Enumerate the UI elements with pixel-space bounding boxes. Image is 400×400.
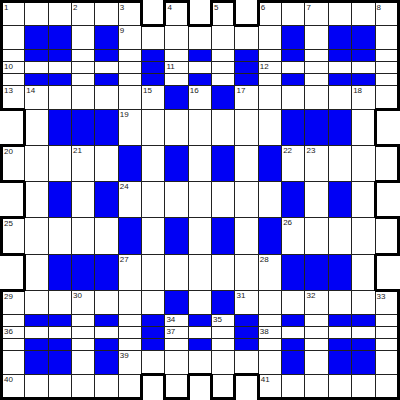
letter-cell[interactable]: 37 bbox=[165, 326, 188, 338]
block-cell bbox=[258, 218, 281, 254]
letter-cell[interactable] bbox=[25, 182, 48, 218]
clue-number: 2 bbox=[73, 3, 77, 12]
clue-number: 21 bbox=[73, 146, 82, 155]
letter-cell[interactable] bbox=[212, 50, 235, 62]
letter-cell[interactable] bbox=[118, 74, 141, 86]
letter-cell[interactable] bbox=[352, 290, 375, 314]
block-cell bbox=[95, 182, 118, 218]
letter-cell[interactable] bbox=[305, 218, 328, 254]
letter-cell[interactable] bbox=[25, 218, 48, 254]
letter-cell[interactable] bbox=[212, 182, 235, 218]
letter-cell[interactable] bbox=[305, 26, 328, 50]
block-cell bbox=[212, 86, 235, 110]
clue-number: 19 bbox=[120, 110, 129, 119]
letter-cell[interactable]: 10 bbox=[2, 62, 25, 74]
letter-cell[interactable]: 20 bbox=[2, 146, 25, 182]
letter-cell[interactable] bbox=[25, 254, 48, 290]
letter-cell[interactable] bbox=[48, 2, 71, 26]
block-cell bbox=[25, 74, 48, 86]
block-cell bbox=[95, 26, 118, 50]
letter-cell[interactable]: 12 bbox=[258, 62, 281, 74]
letter-cell[interactable] bbox=[188, 26, 211, 50]
void-cell bbox=[2, 254, 25, 290]
letter-cell[interactable] bbox=[188, 110, 211, 146]
letter-cell[interactable] bbox=[72, 182, 95, 218]
letter-cell[interactable] bbox=[212, 26, 235, 50]
letter-cell[interactable] bbox=[72, 50, 95, 62]
letter-cell[interactable]: 26 bbox=[282, 218, 305, 254]
letter-cell[interactable] bbox=[282, 290, 305, 314]
letter-cell[interactable] bbox=[212, 62, 235, 74]
void-cell bbox=[142, 374, 165, 398]
letter-cell[interactable] bbox=[95, 326, 118, 338]
letter-cell[interactable] bbox=[212, 350, 235, 374]
letter-cell[interactable] bbox=[305, 314, 328, 326]
letter-cell[interactable]: 31 bbox=[235, 290, 258, 314]
letter-cell[interactable]: 21 bbox=[72, 146, 95, 182]
block-cell bbox=[48, 338, 71, 350]
clue-number: 23 bbox=[306, 146, 315, 155]
letter-cell[interactable]: 32 bbox=[305, 290, 328, 314]
void-cell bbox=[235, 2, 258, 26]
block-cell bbox=[352, 26, 375, 50]
void-cell bbox=[2, 110, 25, 146]
clue-number: 35 bbox=[213, 315, 222, 324]
crossword-puzzle: 1234567891011121314151617181920212223242… bbox=[0, 0, 400, 400]
letter-cell[interactable] bbox=[25, 326, 48, 338]
letter-cell[interactable] bbox=[188, 326, 211, 338]
block-cell bbox=[282, 182, 305, 218]
letter-cell[interactable] bbox=[305, 374, 328, 398]
letter-cell[interactable] bbox=[188, 146, 211, 182]
letter-cell[interactable] bbox=[25, 110, 48, 146]
letter-cell[interactable] bbox=[48, 326, 71, 338]
block-cell bbox=[95, 50, 118, 62]
block-cell bbox=[352, 338, 375, 350]
letter-cell[interactable] bbox=[48, 218, 71, 254]
letter-cell[interactable] bbox=[352, 374, 375, 398]
letter-cell[interactable] bbox=[165, 26, 188, 50]
letter-cell[interactable] bbox=[118, 314, 141, 326]
letter-cell[interactable] bbox=[118, 62, 141, 74]
letter-cell[interactable] bbox=[25, 374, 48, 398]
letter-cell[interactable]: 27 bbox=[118, 254, 141, 290]
block-cell bbox=[282, 74, 305, 86]
clue-number: 12 bbox=[260, 62, 269, 71]
block-cell bbox=[95, 350, 118, 374]
clue-number: 41 bbox=[261, 375, 270, 384]
letter-cell[interactable] bbox=[258, 290, 281, 314]
letter-cell[interactable]: 3 bbox=[118, 2, 141, 26]
letter-cell[interactable] bbox=[305, 350, 328, 374]
letter-cell[interactable]: 13 bbox=[2, 86, 25, 110]
letter-cell[interactable] bbox=[165, 350, 188, 374]
clue-number: 25 bbox=[4, 219, 13, 228]
letter-cell[interactable] bbox=[95, 290, 118, 314]
block-cell bbox=[282, 314, 305, 326]
block-cell bbox=[95, 338, 118, 350]
letter-cell[interactable] bbox=[305, 326, 328, 338]
block-cell bbox=[25, 338, 48, 350]
block-cell bbox=[305, 110, 328, 146]
block-cell bbox=[328, 314, 351, 326]
letter-cell[interactable] bbox=[258, 26, 281, 50]
letter-cell[interactable] bbox=[72, 374, 95, 398]
clue-number: 7 bbox=[306, 3, 310, 12]
letter-cell[interactable]: 16 bbox=[188, 86, 211, 110]
clue-number: 36 bbox=[4, 327, 13, 336]
block-cell bbox=[188, 50, 211, 62]
clue-number: 20 bbox=[4, 147, 13, 156]
letter-cell[interactable] bbox=[118, 86, 141, 110]
letter-cell[interactable] bbox=[212, 338, 235, 350]
letter-cell[interactable] bbox=[352, 146, 375, 182]
letter-cell[interactable] bbox=[2, 50, 25, 62]
letter-cell[interactable]: 34 bbox=[165, 314, 188, 326]
letter-cell[interactable] bbox=[375, 86, 399, 110]
block-cell bbox=[188, 314, 211, 326]
letter-cell[interactable] bbox=[305, 74, 328, 86]
letter-cell[interactable] bbox=[95, 86, 118, 110]
block-cell bbox=[165, 146, 188, 182]
letter-cell[interactable] bbox=[165, 74, 188, 86]
letter-cell[interactable] bbox=[258, 110, 281, 146]
letter-cell[interactable]: 8 bbox=[375, 2, 399, 26]
void-cell bbox=[375, 254, 399, 290]
letter-cell[interactable] bbox=[328, 290, 351, 314]
letter-cell[interactable]: 35 bbox=[212, 314, 235, 326]
letter-cell[interactable] bbox=[142, 218, 165, 254]
letter-cell[interactable] bbox=[95, 374, 118, 398]
block-cell bbox=[95, 74, 118, 86]
block-cell bbox=[118, 146, 141, 182]
block-cell bbox=[305, 254, 328, 290]
void-cell bbox=[235, 374, 258, 398]
letter-cell[interactable] bbox=[352, 2, 375, 26]
letter-cell[interactable] bbox=[165, 374, 188, 398]
block-cell bbox=[328, 254, 351, 290]
letter-cell[interactable] bbox=[2, 314, 25, 326]
letter-cell[interactable] bbox=[142, 254, 165, 290]
letter-cell[interactable] bbox=[72, 314, 95, 326]
letter-cell[interactable] bbox=[282, 2, 305, 26]
clue-number: 39 bbox=[120, 351, 129, 360]
letter-cell[interactable] bbox=[95, 218, 118, 254]
letter-cell[interactable] bbox=[212, 254, 235, 290]
block-cell bbox=[282, 254, 305, 290]
clue-number: 4 bbox=[167, 3, 171, 12]
block-cell bbox=[235, 326, 258, 338]
letter-cell[interactable] bbox=[142, 146, 165, 182]
letter-cell[interactable] bbox=[2, 350, 25, 374]
block-cell bbox=[142, 74, 165, 86]
letter-cell[interactable] bbox=[258, 50, 281, 62]
clue-number: 34 bbox=[166, 315, 175, 324]
block-cell bbox=[48, 110, 71, 146]
letter-cell[interactable] bbox=[25, 146, 48, 182]
clue-number: 15 bbox=[143, 86, 152, 95]
block-cell bbox=[352, 74, 375, 86]
letter-cell[interactable]: 5 bbox=[212, 2, 235, 26]
void-cell bbox=[188, 374, 211, 398]
letter-cell[interactable] bbox=[212, 74, 235, 86]
letter-cell[interactable]: 19 bbox=[118, 110, 141, 146]
letter-cell[interactable] bbox=[328, 146, 351, 182]
block-cell bbox=[328, 50, 351, 62]
block-cell bbox=[352, 314, 375, 326]
block-cell bbox=[48, 74, 71, 86]
letter-cell[interactable] bbox=[72, 86, 95, 110]
void-cell bbox=[142, 2, 165, 26]
block-cell bbox=[328, 350, 351, 374]
letter-cell[interactable] bbox=[352, 218, 375, 254]
block-cell bbox=[25, 314, 48, 326]
letter-cell[interactable]: 25 bbox=[2, 218, 25, 254]
letter-cell[interactable] bbox=[48, 290, 71, 314]
letter-cell[interactable] bbox=[352, 182, 375, 218]
letter-cell[interactable] bbox=[72, 338, 95, 350]
letter-cell[interactable]: 6 bbox=[258, 2, 281, 26]
letter-cell[interactable] bbox=[188, 182, 211, 218]
letter-cell[interactable]: 36 bbox=[2, 326, 25, 338]
block-cell bbox=[25, 50, 48, 62]
letter-cell[interactable] bbox=[282, 86, 305, 110]
letter-cell[interactable]: 23 bbox=[305, 146, 328, 182]
letter-cell[interactable] bbox=[328, 374, 351, 398]
letter-cell[interactable] bbox=[282, 374, 305, 398]
letter-cell[interactable] bbox=[118, 374, 141, 398]
letter-cell[interactable] bbox=[165, 182, 188, 218]
letter-cell[interactable]: 30 bbox=[72, 290, 95, 314]
letter-cell[interactable] bbox=[72, 218, 95, 254]
letter-cell[interactable] bbox=[305, 62, 328, 74]
letter-cell[interactable] bbox=[212, 326, 235, 338]
letter-cell[interactable]: 24 bbox=[118, 182, 141, 218]
letter-cell[interactable] bbox=[328, 86, 351, 110]
clue-number: 14 bbox=[26, 86, 35, 95]
letter-cell[interactable] bbox=[118, 50, 141, 62]
letter-cell[interactable] bbox=[25, 290, 48, 314]
clue-number: 40 bbox=[4, 375, 13, 384]
letter-cell[interactable] bbox=[2, 26, 25, 50]
letter-cell[interactable] bbox=[375, 326, 399, 338]
block-cell bbox=[25, 26, 48, 50]
block-cell bbox=[142, 62, 165, 74]
letter-cell[interactable] bbox=[258, 182, 281, 218]
letter-cell[interactable] bbox=[188, 62, 211, 74]
letter-cell[interactable] bbox=[118, 326, 141, 338]
letter-cell[interactable] bbox=[235, 182, 258, 218]
letter-cell[interactable] bbox=[2, 74, 25, 86]
letter-cell[interactable]: 22 bbox=[282, 146, 305, 182]
letter-cell[interactable] bbox=[72, 350, 95, 374]
letter-cell[interactable] bbox=[235, 254, 258, 290]
letter-cell[interactable] bbox=[375, 218, 399, 254]
letter-cell[interactable] bbox=[235, 350, 258, 374]
clue-number: 11 bbox=[166, 62, 174, 71]
letter-cell[interactable] bbox=[352, 62, 375, 74]
letter-cell[interactable]: 7 bbox=[305, 2, 328, 26]
letter-cell[interactable] bbox=[25, 62, 48, 74]
block-cell bbox=[95, 254, 118, 290]
letter-cell[interactable] bbox=[48, 62, 71, 74]
block-cell bbox=[282, 338, 305, 350]
block-cell bbox=[48, 254, 71, 290]
letter-cell[interactable] bbox=[2, 338, 25, 350]
letter-cell[interactable]: 1 bbox=[2, 2, 25, 26]
letter-cell[interactable]: 41 bbox=[258, 374, 281, 398]
block-cell bbox=[48, 314, 71, 326]
void-cell bbox=[375, 182, 399, 218]
letter-cell[interactable] bbox=[375, 50, 399, 62]
block-cell bbox=[142, 50, 165, 62]
clue-number: 6 bbox=[261, 3, 265, 12]
letter-cell[interactable] bbox=[375, 62, 399, 74]
letter-cell[interactable] bbox=[235, 218, 258, 254]
letter-cell[interactable] bbox=[48, 374, 71, 398]
clue-number: 18 bbox=[353, 86, 362, 95]
letter-cell[interactable] bbox=[305, 86, 328, 110]
letter-cell[interactable]: 17 bbox=[235, 86, 258, 110]
letter-cell[interactable] bbox=[305, 182, 328, 218]
letter-cell[interactable]: 40 bbox=[2, 374, 25, 398]
letter-cell[interactable]: 33 bbox=[375, 290, 399, 314]
letter-cell[interactable]: 18 bbox=[352, 86, 375, 110]
block-cell bbox=[282, 110, 305, 146]
block-cell bbox=[282, 50, 305, 62]
block-cell bbox=[165, 86, 188, 110]
letter-cell[interactable] bbox=[188, 350, 211, 374]
letter-cell[interactable] bbox=[328, 218, 351, 254]
clue-number: 28 bbox=[260, 255, 269, 264]
letter-cell[interactable]: 14 bbox=[25, 86, 48, 110]
block-cell bbox=[235, 314, 258, 326]
letter-cell[interactable] bbox=[188, 218, 211, 254]
letter-cell[interactable] bbox=[95, 146, 118, 182]
letter-cell[interactable] bbox=[282, 326, 305, 338]
letter-cell[interactable] bbox=[375, 146, 399, 182]
letter-cell[interactable] bbox=[258, 86, 281, 110]
letter-cell[interactable] bbox=[165, 50, 188, 62]
letter-cell[interactable]: 28 bbox=[258, 254, 281, 290]
clue-number: 31 bbox=[236, 291, 245, 300]
clue-number: 17 bbox=[236, 86, 245, 95]
clue-number: 8 bbox=[377, 3, 381, 12]
letter-cell[interactable] bbox=[25, 2, 48, 26]
letter-cell[interactable] bbox=[118, 338, 141, 350]
letter-cell[interactable] bbox=[48, 86, 71, 110]
letter-cell[interactable]: 2 bbox=[72, 2, 95, 26]
letter-cell[interactable] bbox=[188, 254, 211, 290]
letter-cell[interactable] bbox=[352, 254, 375, 290]
letter-cell[interactable] bbox=[375, 338, 399, 350]
block-cell bbox=[188, 338, 211, 350]
letter-cell[interactable] bbox=[328, 2, 351, 26]
letter-cell[interactable]: 39 bbox=[118, 350, 141, 374]
letter-cell[interactable]: 4 bbox=[165, 2, 188, 26]
letter-cell[interactable] bbox=[142, 350, 165, 374]
block-cell bbox=[142, 326, 165, 338]
void-cell bbox=[375, 110, 399, 146]
block-cell bbox=[352, 350, 375, 374]
clue-number: 16 bbox=[190, 86, 199, 95]
letter-cell[interactable] bbox=[305, 338, 328, 350]
block-cell bbox=[165, 218, 188, 254]
clue-number: 9 bbox=[120, 26, 124, 35]
letter-cell[interactable] bbox=[375, 26, 399, 50]
block-cell bbox=[212, 290, 235, 314]
letter-cell[interactable] bbox=[72, 74, 95, 86]
letter-cell[interactable] bbox=[352, 110, 375, 146]
clue-number: 10 bbox=[4, 62, 13, 71]
block-cell bbox=[328, 74, 351, 86]
letter-cell[interactable] bbox=[258, 314, 281, 326]
letter-cell[interactable] bbox=[95, 62, 118, 74]
letter-cell[interactable] bbox=[212, 110, 235, 146]
block-cell bbox=[282, 350, 305, 374]
letter-cell[interactable] bbox=[282, 62, 305, 74]
letter-cell[interactable] bbox=[305, 50, 328, 62]
clue-number: 24 bbox=[120, 182, 129, 191]
letter-cell[interactable] bbox=[165, 254, 188, 290]
letter-cell[interactable] bbox=[235, 146, 258, 182]
block-cell bbox=[328, 338, 351, 350]
block-cell bbox=[25, 350, 48, 374]
void-cell bbox=[2, 182, 25, 218]
letter-cell[interactable] bbox=[235, 26, 258, 50]
letter-cell[interactable] bbox=[165, 110, 188, 146]
letter-cell[interactable] bbox=[142, 290, 165, 314]
letter-cell[interactable] bbox=[48, 146, 71, 182]
letter-cell[interactable] bbox=[258, 338, 281, 350]
letter-cell[interactable]: 11 bbox=[165, 62, 188, 74]
letter-cell[interactable]: 9 bbox=[118, 26, 141, 50]
letter-cell[interactable] bbox=[72, 62, 95, 74]
letter-cell[interactable] bbox=[352, 326, 375, 338]
letter-cell[interactable] bbox=[375, 350, 399, 374]
letter-cell[interactable]: 15 bbox=[142, 86, 165, 110]
block-cell bbox=[188, 74, 211, 86]
letter-cell[interactable] bbox=[258, 350, 281, 374]
letter-cell[interactable] bbox=[95, 2, 118, 26]
letter-cell[interactable] bbox=[235, 110, 258, 146]
letter-cell[interactable] bbox=[375, 314, 399, 326]
clue-number: 13 bbox=[4, 86, 13, 95]
letter-cell[interactable] bbox=[328, 326, 351, 338]
letter-cell[interactable] bbox=[328, 62, 351, 74]
letter-cell[interactable] bbox=[72, 326, 95, 338]
letter-cell[interactable] bbox=[72, 26, 95, 50]
letter-cell[interactable] bbox=[118, 290, 141, 314]
clue-number: 38 bbox=[260, 327, 269, 336]
letter-cell[interactable] bbox=[212, 374, 235, 398]
letter-cell[interactable] bbox=[142, 182, 165, 218]
letter-cell[interactable] bbox=[142, 26, 165, 50]
block-cell bbox=[142, 338, 165, 350]
letter-cell[interactable] bbox=[258, 74, 281, 86]
letter-cell[interactable] bbox=[165, 338, 188, 350]
clue-number: 32 bbox=[306, 291, 315, 300]
block-cell bbox=[328, 110, 351, 146]
letter-cell[interactable] bbox=[142, 110, 165, 146]
letter-cell[interactable] bbox=[188, 290, 211, 314]
letter-cell[interactable]: 38 bbox=[258, 326, 281, 338]
letter-cell[interactable] bbox=[375, 74, 399, 86]
block-cell bbox=[328, 26, 351, 50]
letter-cell[interactable] bbox=[375, 374, 399, 398]
block-cell bbox=[48, 182, 71, 218]
letter-cell[interactable]: 29 bbox=[2, 290, 25, 314]
